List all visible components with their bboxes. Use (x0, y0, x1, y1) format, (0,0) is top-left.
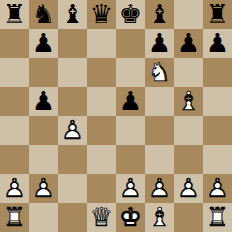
square-c8[interactable]: ♝ (58, 0, 87, 29)
square-e4[interactable] (116, 116, 145, 145)
square-e5[interactable]: ♟ (116, 87, 145, 116)
piece-black-knight: ♞ (29, 0, 58, 29)
square-f2[interactable]: ♟♙ (145, 174, 174, 203)
square-d7[interactable] (87, 29, 116, 58)
piece-white-pawn: ♟♙ (203, 174, 232, 203)
square-h3[interactable] (203, 145, 232, 174)
square-c3[interactable] (58, 145, 87, 174)
square-a3[interactable] (0, 145, 29, 174)
square-b7[interactable]: ♟ (29, 29, 58, 58)
square-b4[interactable] (29, 116, 58, 145)
piece-black-pawn: ♟ (29, 29, 58, 58)
piece-white-queen: ♛♕ (87, 203, 116, 232)
piece-black-rook: ♜ (0, 0, 29, 29)
piece-white-pawn: ♟♙ (145, 174, 174, 203)
square-g8[interactable] (174, 0, 203, 29)
square-f8[interactable]: ♝ (145, 0, 174, 29)
piece-black-king: ♚ (116, 0, 145, 29)
piece-black-queen: ♛ (87, 0, 116, 29)
square-h7[interactable]: ♟ (203, 29, 232, 58)
square-g5[interactable]: ♝♗ (174, 87, 203, 116)
square-a1[interactable]: ♜♖ (0, 203, 29, 232)
piece-white-pawn: ♟♙ (58, 116, 87, 145)
square-a6[interactable] (0, 58, 29, 87)
square-h2[interactable]: ♟♙ (203, 174, 232, 203)
square-d2[interactable] (87, 174, 116, 203)
piece-white-pawn: ♟♙ (116, 174, 145, 203)
square-a4[interactable] (0, 116, 29, 145)
square-b1[interactable] (29, 203, 58, 232)
square-a8[interactable]: ♜ (0, 0, 29, 29)
square-c1[interactable] (58, 203, 87, 232)
square-f1[interactable]: ♝♗ (145, 203, 174, 232)
square-e3[interactable] (116, 145, 145, 174)
square-h5[interactable] (203, 87, 232, 116)
piece-white-bishop: ♝♗ (145, 203, 174, 232)
square-c7[interactable] (58, 29, 87, 58)
piece-white-knight: ♞♘ (145, 58, 174, 87)
square-e6[interactable] (116, 58, 145, 87)
square-b8[interactable]: ♞ (29, 0, 58, 29)
square-g4[interactable] (174, 116, 203, 145)
piece-black-bishop: ♝ (145, 0, 174, 29)
square-e1[interactable]: ♚♔ (116, 203, 145, 232)
square-a7[interactable] (0, 29, 29, 58)
piece-white-pawn: ♟♙ (0, 174, 29, 203)
square-b5[interactable]: ♟ (29, 87, 58, 116)
chess-board: ♜♞♝♛♚♝♜♟♟♟♟♞♘♟♟♝♗♟♙♟♙♟♙♟♙♟♙♟♙♟♙♜♖♛♕♚♔♝♗♜… (0, 0, 232, 232)
piece-white-pawn: ♟♙ (29, 174, 58, 203)
square-b6[interactable] (29, 58, 58, 87)
piece-black-pawn: ♟ (145, 29, 174, 58)
piece-black-pawn: ♟ (29, 87, 58, 116)
square-g3[interactable] (174, 145, 203, 174)
square-e7[interactable] (116, 29, 145, 58)
square-c5[interactable] (58, 87, 87, 116)
square-f3[interactable] (145, 145, 174, 174)
square-d1[interactable]: ♛♕ (87, 203, 116, 232)
square-d5[interactable] (87, 87, 116, 116)
square-d6[interactable] (87, 58, 116, 87)
square-h1[interactable]: ♜♖ (203, 203, 232, 232)
square-e8[interactable]: ♚ (116, 0, 145, 29)
square-g7[interactable]: ♟ (174, 29, 203, 58)
piece-white-rook: ♜♖ (203, 203, 232, 232)
square-d3[interactable] (87, 145, 116, 174)
square-h6[interactable] (203, 58, 232, 87)
square-g2[interactable]: ♟♙ (174, 174, 203, 203)
square-c6[interactable] (58, 58, 87, 87)
square-c2[interactable] (58, 174, 87, 203)
square-h8[interactable]: ♜ (203, 0, 232, 29)
square-f7[interactable]: ♟ (145, 29, 174, 58)
square-f6[interactable]: ♞♘ (145, 58, 174, 87)
piece-black-rook: ♜ (203, 0, 232, 29)
square-h4[interactable] (203, 116, 232, 145)
piece-black-pawn: ♟ (174, 29, 203, 58)
square-e2[interactable]: ♟♙ (116, 174, 145, 203)
piece-white-rook: ♜♖ (0, 203, 29, 232)
square-g1[interactable] (174, 203, 203, 232)
piece-black-pawn: ♟ (203, 29, 232, 58)
square-f5[interactable] (145, 87, 174, 116)
piece-black-bishop: ♝ (58, 0, 87, 29)
square-d8[interactable]: ♛ (87, 0, 116, 29)
piece-white-king: ♚♔ (116, 203, 145, 232)
square-d4[interactable] (87, 116, 116, 145)
square-b2[interactable]: ♟♙ (29, 174, 58, 203)
piece-black-pawn: ♟ (116, 87, 145, 116)
square-f4[interactable] (145, 116, 174, 145)
square-g6[interactable] (174, 58, 203, 87)
square-b3[interactable] (29, 145, 58, 174)
piece-white-bishop: ♝♗ (174, 87, 203, 116)
square-a2[interactable]: ♟♙ (0, 174, 29, 203)
piece-white-pawn: ♟♙ (174, 174, 203, 203)
square-c4[interactable]: ♟♙ (58, 116, 87, 145)
square-a5[interactable] (0, 87, 29, 116)
